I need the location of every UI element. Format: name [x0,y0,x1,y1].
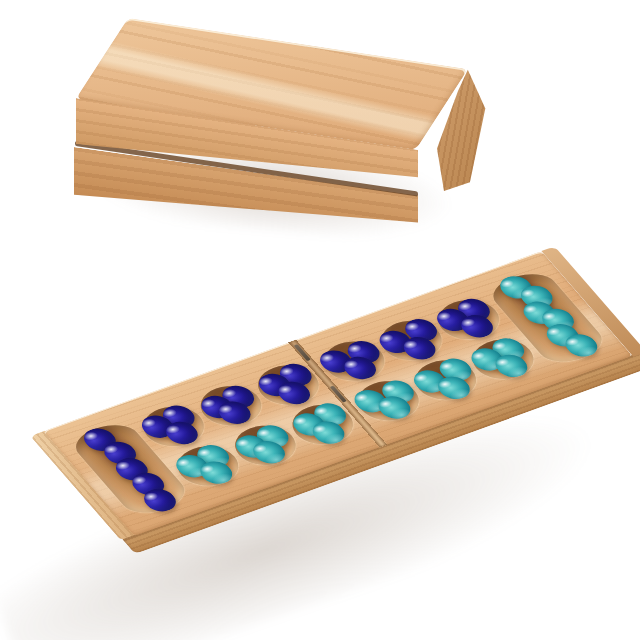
closed-mancala-box [0,0,560,240]
product-photo [0,0,640,640]
mancala-board [30,246,640,554]
